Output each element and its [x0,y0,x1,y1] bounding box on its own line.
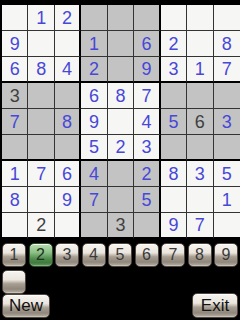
num-button-8[interactable]: 8 [188,243,212,267]
cell-r3c6[interactable]: 9 [134,57,160,83]
cell-r6c9[interactable] [214,135,240,161]
cell-r9c5[interactable]: 3 [108,213,134,239]
number-selector: 123456789 [2,243,238,267]
cell-r1c1[interactable] [2,5,28,31]
cell-r5c9[interactable]: 3 [214,109,240,135]
cell-r3c1[interactable]: 6 [2,57,28,83]
cell-r2c2[interactable] [28,31,54,57]
cell-r8c6[interactable]: 5 [134,187,160,213]
cell-r5c8[interactable]: 6 [187,109,213,135]
cell-r8c4[interactable]: 7 [81,187,107,213]
cell-r6c3[interactable] [55,135,81,161]
cell-r2c8[interactable] [187,31,213,57]
cell-r5c6[interactable]: 4 [134,109,160,135]
cell-r6c2[interactable] [28,135,54,161]
cell-r9c2[interactable]: 2 [28,213,54,239]
cell-r3c9[interactable]: 7 [214,57,240,83]
sudoku-board: 1291628684293173687789456352317642835897… [0,5,240,239]
cell-r2c6[interactable]: 6 [134,31,160,57]
cell-r7c3[interactable]: 6 [55,161,81,187]
cell-r9c9[interactable] [214,213,240,239]
cell-r3c8[interactable]: 1 [187,57,213,83]
cell-r1c7[interactable] [161,5,187,31]
cell-r9c4[interactable] [81,213,107,239]
num-button-1[interactable]: 1 [2,243,26,267]
cell-r2c1[interactable]: 9 [2,31,28,57]
cell-r9c3[interactable] [55,213,81,239]
cell-r8c9[interactable]: 1 [214,187,240,213]
cell-r8c7[interactable] [161,187,187,213]
sudoku-app-screen: 1291628684293173687789456352317642835897… [0,0,240,320]
cell-r8c8[interactable] [187,187,213,213]
cell-r3c7[interactable]: 3 [161,57,187,83]
cell-r8c3[interactable]: 9 [55,187,81,213]
cell-r2c9[interactable]: 8 [214,31,240,57]
cell-r3c4[interactable]: 2 [81,57,107,83]
cell-r7c2[interactable]: 7 [28,161,54,187]
cell-r8c5[interactable] [108,187,134,213]
cell-r5c4[interactable]: 9 [81,109,107,135]
cell-r4c8[interactable] [187,83,213,109]
cell-r3c5[interactable] [108,57,134,83]
num-button-7[interactable]: 7 [161,243,185,267]
cell-r2c7[interactable]: 2 [161,31,187,57]
cell-r5c1[interactable]: 7 [2,109,28,135]
cell-r8c2[interactable] [28,187,54,213]
cell-r4c5[interactable]: 8 [108,83,134,109]
cell-r1c9[interactable] [214,5,240,31]
cell-r7c4[interactable]: 4 [81,161,107,187]
cell-r6c1[interactable] [2,135,28,161]
cell-r2c3[interactable] [55,31,81,57]
cell-r9c1[interactable] [2,213,28,239]
num-button-5[interactable]: 5 [108,243,132,267]
cell-r5c7[interactable]: 5 [161,109,187,135]
cell-r7c1[interactable]: 1 [2,161,28,187]
cell-r1c6[interactable] [134,5,160,31]
cell-r4c3[interactable] [55,83,81,109]
num-button-2[interactable]: 2 [29,243,53,267]
cell-r2c4[interactable]: 1 [81,31,107,57]
cell-r4c4[interactable]: 6 [81,83,107,109]
cell-r1c5[interactable] [108,5,134,31]
cell-r5c5[interactable] [108,109,134,135]
cell-r6c7[interactable] [161,135,187,161]
erase-button[interactable] [2,270,26,294]
num-button-9[interactable]: 9 [214,243,238,267]
cell-r1c2[interactable]: 1 [28,5,54,31]
cell-r5c3[interactable]: 8 [55,109,81,135]
cell-r9c6[interactable] [134,213,160,239]
cell-r9c8[interactable]: 7 [187,213,213,239]
cell-r1c3[interactable]: 2 [55,5,81,31]
cell-r7c7[interactable]: 8 [161,161,187,187]
num-button-6[interactable]: 6 [135,243,159,267]
cell-r3c3[interactable]: 4 [55,57,81,83]
num-button-3[interactable]: 3 [55,243,79,267]
cell-r6c5[interactable]: 2 [108,135,134,161]
cell-r6c4[interactable]: 5 [81,135,107,161]
cell-r4c2[interactable] [28,83,54,109]
cell-r3c2[interactable]: 8 [28,57,54,83]
cell-r4c6[interactable]: 7 [134,83,160,109]
exit-button[interactable]: Exit [192,293,238,318]
new-button[interactable]: New [2,294,50,318]
cell-r7c8[interactable]: 3 [187,161,213,187]
cell-r7c5[interactable] [108,161,134,187]
cell-r9c7[interactable]: 9 [161,213,187,239]
cell-r7c6[interactable]: 2 [134,161,160,187]
cell-r1c4[interactable] [81,5,107,31]
cell-r6c8[interactable] [187,135,213,161]
num-button-4[interactable]: 4 [82,243,106,267]
cell-r7c9[interactable]: 5 [214,161,240,187]
cell-r4c7[interactable] [161,83,187,109]
cell-r5c2[interactable] [28,109,54,135]
cell-r6c6[interactable]: 3 [134,135,160,161]
cell-r4c9[interactable] [214,83,240,109]
cell-r1c8[interactable] [187,5,213,31]
cell-r2c5[interactable] [108,31,134,57]
cell-r4c1[interactable]: 3 [2,83,28,109]
cell-r8c1[interactable]: 8 [2,187,28,213]
